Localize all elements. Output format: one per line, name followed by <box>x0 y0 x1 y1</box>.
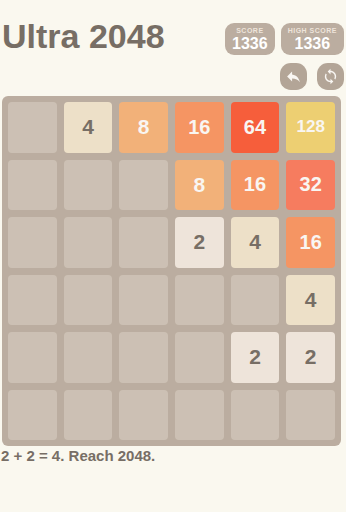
undo-arrow-icon <box>285 68 302 85</box>
score-value: 1336 <box>232 36 268 52</box>
empty-cell <box>231 275 280 326</box>
empty-cell <box>8 390 57 441</box>
high-score-value: 1336 <box>295 36 331 52</box>
game-board-6x6[interactable]: 481664128816322416422 <box>2 96 341 446</box>
empty-cell <box>8 275 57 326</box>
tile-4: 4 <box>64 102 113 153</box>
empty-cell <box>8 217 57 268</box>
empty-cell <box>64 332 113 383</box>
empty-cell <box>119 160 168 211</box>
tile-16: 16 <box>286 217 335 268</box>
tile-4: 4 <box>286 275 335 326</box>
high-score-label: HIGH SCORE <box>288 27 337 34</box>
tile-4: 4 <box>231 217 280 268</box>
tile-8: 8 <box>119 102 168 153</box>
tile-32: 32 <box>286 160 335 211</box>
tile-128: 128 <box>286 102 335 153</box>
score-label: SCORE <box>236 27 263 34</box>
tile-2: 2 <box>175 217 224 268</box>
ultra-2048-app: { "game": "2048 (Ultra 2048, 6x6 variant… <box>0 0 346 512</box>
empty-cell <box>175 390 224 441</box>
empty-cell <box>119 275 168 326</box>
empty-cell <box>8 102 57 153</box>
empty-cell <box>231 390 280 441</box>
instruction-text: 2 + 2 = 4. Reach 2048. <box>1 447 155 464</box>
empty-cell <box>119 332 168 383</box>
empty-cell <box>286 390 335 441</box>
page-title: Ultra 2048 <box>2 17 165 56</box>
empty-cell <box>64 390 113 441</box>
sync-arrows-icon <box>322 68 339 85</box>
empty-cell <box>119 217 168 268</box>
scoreboard: SCORE 1336 HIGH SCORE 1336 <box>225 23 344 55</box>
empty-cell <box>8 160 57 211</box>
tile-2: 2 <box>231 332 280 383</box>
toolbar <box>280 63 344 90</box>
tile-8: 8 <box>175 160 224 211</box>
undo-button[interactable] <box>280 63 307 90</box>
empty-cell <box>64 275 113 326</box>
new-game-button[interactable] <box>317 63 344 90</box>
score-badge: SCORE 1336 <box>225 23 275 55</box>
empty-cell <box>175 332 224 383</box>
empty-cell <box>175 275 224 326</box>
empty-cell <box>64 217 113 268</box>
tile-64: 64 <box>231 102 280 153</box>
tile-2: 2 <box>286 332 335 383</box>
empty-cell <box>119 390 168 441</box>
tile-16: 16 <box>175 102 224 153</box>
tile-16: 16 <box>231 160 280 211</box>
empty-cell <box>64 160 113 211</box>
high-score-badge: HIGH SCORE 1336 <box>281 23 344 55</box>
empty-cell <box>8 332 57 383</box>
